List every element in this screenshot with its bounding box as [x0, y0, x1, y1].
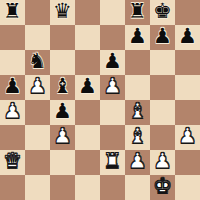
square-h5[interactable]: [175, 75, 200, 100]
white-pawn[interactable]: ♟: [103, 74, 122, 99]
white-pawn[interactable]: ♟: [53, 124, 72, 149]
black-king[interactable]: ♚: [153, 0, 172, 24]
square-e8[interactable]: [100, 0, 125, 25]
square-b3[interactable]: [25, 125, 50, 150]
square-b2[interactable]: [25, 150, 50, 175]
square-b6[interactable]: ♞: [25, 50, 50, 75]
white-pawn[interactable]: ♟: [128, 149, 147, 174]
square-d4[interactable]: [75, 100, 100, 125]
black-pawn[interactable]: ♟: [178, 24, 197, 49]
white-rook[interactable]: ♜: [103, 149, 122, 174]
square-g1[interactable]: ♚: [150, 175, 175, 200]
square-e2[interactable]: ♜: [100, 150, 125, 175]
white-pawn[interactable]: ♟: [28, 74, 47, 99]
square-h3[interactable]: ♟: [175, 125, 200, 150]
square-h1[interactable]: [175, 175, 200, 200]
white-king[interactable]: ♚: [153, 174, 172, 199]
square-c5[interactable]: ♝: [50, 75, 75, 100]
square-c6[interactable]: [50, 50, 75, 75]
square-c3[interactable]: ♟: [50, 125, 75, 150]
square-f4[interactable]: ♝: [125, 100, 150, 125]
square-a4[interactable]: ♟: [0, 100, 25, 125]
square-g6[interactable]: [150, 50, 175, 75]
square-g8[interactable]: ♚: [150, 0, 175, 25]
square-h7[interactable]: ♟: [175, 25, 200, 50]
square-g7[interactable]: ♟: [150, 25, 175, 50]
square-b1[interactable]: [25, 175, 50, 200]
square-f5[interactable]: [125, 75, 150, 100]
black-pawn[interactable]: ♟: [103, 49, 122, 74]
square-g2[interactable]: ♟: [150, 150, 175, 175]
white-bishop[interactable]: ♝: [128, 124, 147, 149]
square-g4[interactable]: [150, 100, 175, 125]
black-pawn[interactable]: ♟: [53, 99, 72, 124]
square-h4[interactable]: [175, 100, 200, 125]
black-bishop[interactable]: ♝: [53, 74, 72, 99]
square-a1[interactable]: [0, 175, 25, 200]
square-e6[interactable]: ♟: [100, 50, 125, 75]
square-b7[interactable]: [25, 25, 50, 50]
square-g3[interactable]: [150, 125, 175, 150]
square-e5[interactable]: ♟: [100, 75, 125, 100]
square-b4[interactable]: [25, 100, 50, 125]
square-e3[interactable]: [100, 125, 125, 150]
white-pawn[interactable]: ♟: [3, 99, 22, 124]
black-pawn[interactable]: ♟: [128, 24, 147, 49]
black-pawn[interactable]: ♟: [153, 24, 172, 49]
white-pawn[interactable]: ♟: [153, 149, 172, 174]
black-pawn[interactable]: ♟: [78, 74, 97, 99]
chess-board: ♜♛♜♚♟♟♟♞♟♟♟♝♟♟♟♟♝♟♝♟♛♜♟♟♚: [0, 0, 200, 200]
white-queen[interactable]: ♛: [3, 149, 22, 174]
square-f2[interactable]: ♟: [125, 150, 150, 175]
square-d7[interactable]: [75, 25, 100, 50]
square-a7[interactable]: [0, 25, 25, 50]
black-queen[interactable]: ♛: [53, 0, 72, 24]
square-h8[interactable]: [175, 0, 200, 25]
square-c8[interactable]: ♛: [50, 0, 75, 25]
square-a6[interactable]: [0, 50, 25, 75]
square-f3[interactable]: ♝: [125, 125, 150, 150]
square-d6[interactable]: [75, 50, 100, 75]
square-g5[interactable]: [150, 75, 175, 100]
square-d1[interactable]: [75, 175, 100, 200]
square-a5[interactable]: ♟: [0, 75, 25, 100]
square-c1[interactable]: [50, 175, 75, 200]
square-d2[interactable]: [75, 150, 100, 175]
square-e1[interactable]: [100, 175, 125, 200]
square-a3[interactable]: [0, 125, 25, 150]
square-f6[interactable]: [125, 50, 150, 75]
black-rook[interactable]: ♜: [128, 0, 147, 24]
square-d5[interactable]: ♟: [75, 75, 100, 100]
square-c2[interactable]: [50, 150, 75, 175]
square-d8[interactable]: [75, 0, 100, 25]
white-pawn[interactable]: ♟: [178, 124, 197, 149]
square-e7[interactable]: [100, 25, 125, 50]
square-c4[interactable]: ♟: [50, 100, 75, 125]
square-c7[interactable]: [50, 25, 75, 50]
black-rook[interactable]: ♜: [3, 0, 22, 24]
square-b5[interactable]: ♟: [25, 75, 50, 100]
square-a2[interactable]: ♛: [0, 150, 25, 175]
square-e4[interactable]: [100, 100, 125, 125]
square-f7[interactable]: ♟: [125, 25, 150, 50]
square-h2[interactable]: [175, 150, 200, 175]
square-d3[interactable]: [75, 125, 100, 150]
white-bishop[interactable]: ♝: [128, 99, 147, 124]
square-f1[interactable]: [125, 175, 150, 200]
square-h6[interactable]: [175, 50, 200, 75]
square-b8[interactable]: [25, 0, 50, 25]
black-knight[interactable]: ♞: [28, 49, 47, 74]
black-pawn[interactable]: ♟: [3, 74, 22, 99]
square-a8[interactable]: ♜: [0, 0, 25, 25]
square-f8[interactable]: ♜: [125, 0, 150, 25]
